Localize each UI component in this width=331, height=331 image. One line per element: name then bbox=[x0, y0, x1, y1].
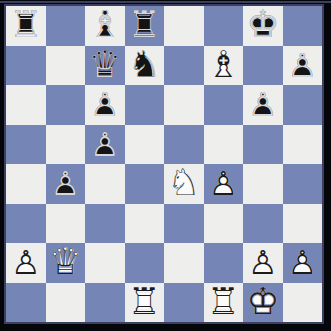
square-h7[interactable]: ♟♙ bbox=[283, 46, 323, 86]
square-g3[interactable] bbox=[243, 204, 283, 244]
square-e5[interactable] bbox=[164, 125, 204, 165]
black-bishop[interactable]: ♝♗ bbox=[85, 6, 125, 46]
square-a6[interactable] bbox=[6, 85, 46, 125]
piece-outline-layer: ♗ bbox=[204, 45, 244, 85]
square-b4[interactable]: ♟♙ bbox=[46, 164, 86, 204]
square-d7[interactable]: ♞♘ bbox=[125, 46, 165, 86]
square-c8[interactable]: ♝♗ bbox=[85, 6, 125, 46]
piece-outline-layer: ♖ bbox=[125, 5, 165, 45]
square-g4[interactable] bbox=[243, 164, 283, 204]
square-b1[interactable] bbox=[46, 283, 86, 323]
black-pawn[interactable]: ♟♙ bbox=[243, 85, 283, 125]
piece-outline-layer: ♔ bbox=[243, 5, 283, 45]
square-c1[interactable] bbox=[85, 283, 125, 323]
piece-outline-layer: ♙ bbox=[204, 163, 244, 203]
piece-fill-layer: ♜ bbox=[125, 282, 165, 322]
square-e8[interactable] bbox=[164, 6, 204, 46]
piece-outline-layer: ♙ bbox=[85, 124, 125, 164]
square-a7[interactable] bbox=[6, 46, 46, 86]
square-g6[interactable]: ♟♙ bbox=[243, 85, 283, 125]
square-d3[interactable] bbox=[125, 204, 165, 244]
piece-fill-layer: ♜ bbox=[125, 5, 165, 45]
square-g7[interactable] bbox=[243, 46, 283, 86]
square-g2[interactable]: ♟♙ bbox=[243, 243, 283, 283]
square-e4[interactable]: ♞♘ bbox=[164, 164, 204, 204]
piece-fill-layer: ♟ bbox=[6, 242, 46, 282]
square-c5[interactable]: ♟♙ bbox=[85, 125, 125, 165]
piece-fill-layer: ♟ bbox=[204, 163, 244, 203]
white-knight[interactable]: ♞♘ bbox=[164, 164, 204, 204]
piece-fill-layer: ♞ bbox=[164, 163, 204, 203]
white-pawn[interactable]: ♟♙ bbox=[243, 243, 283, 283]
piece-fill-layer: ♟ bbox=[243, 84, 283, 124]
square-e1[interactable] bbox=[164, 283, 204, 323]
white-pawn[interactable]: ♟♙ bbox=[204, 164, 244, 204]
square-c4[interactable] bbox=[85, 164, 125, 204]
square-c2[interactable] bbox=[85, 243, 125, 283]
piece-fill-layer: ♚ bbox=[243, 5, 283, 45]
white-queen[interactable]: ♛♕ bbox=[46, 243, 86, 283]
piece-outline-layer: ♙ bbox=[6, 242, 46, 282]
piece-outline-layer: ♘ bbox=[125, 45, 165, 85]
square-a4[interactable] bbox=[6, 164, 46, 204]
square-h6[interactable] bbox=[283, 85, 323, 125]
piece-fill-layer: ♟ bbox=[243, 242, 283, 282]
black-rook[interactable]: ♜♖ bbox=[6, 6, 46, 46]
piece-fill-layer: ♛ bbox=[85, 45, 125, 85]
piece-outline-layer: ♖ bbox=[125, 282, 165, 322]
square-h2[interactable]: ♟♙ bbox=[283, 243, 323, 283]
square-e6[interactable] bbox=[164, 85, 204, 125]
white-pawn[interactable]: ♟♙ bbox=[283, 243, 323, 283]
square-d4[interactable] bbox=[125, 164, 165, 204]
piece-outline-layer: ♙ bbox=[85, 84, 125, 124]
square-d6[interactable] bbox=[125, 85, 165, 125]
square-a8[interactable]: ♜♖ bbox=[6, 6, 46, 46]
piece-fill-layer: ♟ bbox=[283, 45, 323, 85]
square-f4[interactable]: ♟♙ bbox=[204, 164, 244, 204]
square-h4[interactable] bbox=[283, 164, 323, 204]
black-pawn[interactable]: ♟♙ bbox=[85, 125, 125, 165]
piece-fill-layer: ♛ bbox=[46, 242, 86, 282]
square-f5[interactable] bbox=[204, 125, 244, 165]
piece-fill-layer: ♟ bbox=[85, 124, 125, 164]
square-h1[interactable] bbox=[283, 283, 323, 323]
white-bishop[interactable]: ♝♗ bbox=[204, 46, 244, 86]
square-b7[interactable] bbox=[46, 46, 86, 86]
square-h8[interactable] bbox=[283, 6, 323, 46]
square-h3[interactable] bbox=[283, 204, 323, 244]
piece-outline-layer: ♕ bbox=[85, 45, 125, 85]
square-d1[interactable]: ♜♖ bbox=[125, 283, 165, 323]
square-c7[interactable]: ♛♕ bbox=[85, 46, 125, 86]
square-f6[interactable] bbox=[204, 85, 244, 125]
piece-outline-layer: ♖ bbox=[204, 282, 244, 322]
square-h5[interactable] bbox=[283, 125, 323, 165]
white-king[interactable]: ♚♔ bbox=[243, 283, 283, 323]
black-queen[interactable]: ♛♕ bbox=[85, 46, 125, 86]
square-c6[interactable]: ♟♙ bbox=[85, 85, 125, 125]
white-pawn[interactable]: ♟♙ bbox=[6, 243, 46, 283]
black-knight[interactable]: ♞♘ bbox=[125, 46, 165, 86]
white-rook[interactable]: ♜♖ bbox=[125, 283, 165, 323]
piece-fill-layer: ♜ bbox=[6, 5, 46, 45]
square-a2[interactable]: ♟♙ bbox=[6, 243, 46, 283]
piece-outline-layer: ♘ bbox=[164, 163, 204, 203]
chess-board: ♜♖♝♗♜♖♚♔♛♕♞♘♝♗♟♙♟♙♟♙♟♙♟♙♞♘♟♙♟♙♛♕♟♙♟♙♜♖♜♖… bbox=[6, 6, 322, 322]
square-d5[interactable] bbox=[125, 125, 165, 165]
square-b3[interactable] bbox=[46, 204, 86, 244]
square-c3[interactable] bbox=[85, 204, 125, 244]
piece-fill-layer: ♟ bbox=[85, 84, 125, 124]
square-e3[interactable] bbox=[164, 204, 204, 244]
black-king[interactable]: ♚♔ bbox=[243, 6, 283, 46]
square-b8[interactable] bbox=[46, 6, 86, 46]
piece-outline-layer: ♕ bbox=[46, 242, 86, 282]
square-f2[interactable] bbox=[204, 243, 244, 283]
piece-outline-layer: ♖ bbox=[6, 5, 46, 45]
square-g5[interactable] bbox=[243, 125, 283, 165]
square-a1[interactable] bbox=[6, 283, 46, 323]
square-b5[interactable] bbox=[46, 125, 86, 165]
square-f8[interactable] bbox=[204, 6, 244, 46]
square-d8[interactable]: ♜♖ bbox=[125, 6, 165, 46]
piece-fill-layer: ♞ bbox=[125, 45, 165, 85]
black-pawn[interactable]: ♟♙ bbox=[85, 85, 125, 125]
piece-fill-layer: ♟ bbox=[46, 163, 86, 203]
piece-fill-layer: ♜ bbox=[204, 282, 244, 322]
square-b2[interactable]: ♛♕ bbox=[46, 243, 86, 283]
piece-outline-layer: ♙ bbox=[283, 45, 323, 85]
square-d2[interactable] bbox=[125, 243, 165, 283]
piece-fill-layer: ♚ bbox=[243, 282, 283, 322]
piece-outline-layer: ♙ bbox=[243, 84, 283, 124]
square-g8[interactable]: ♚♔ bbox=[243, 6, 283, 46]
black-pawn[interactable]: ♟♙ bbox=[283, 46, 323, 86]
piece-fill-layer: ♝ bbox=[85, 5, 125, 45]
square-f1[interactable]: ♜♖ bbox=[204, 283, 244, 323]
square-a5[interactable] bbox=[6, 125, 46, 165]
white-rook[interactable]: ♜♖ bbox=[204, 283, 244, 323]
square-a3[interactable] bbox=[6, 204, 46, 244]
piece-outline-layer: ♙ bbox=[46, 163, 86, 203]
black-rook[interactable]: ♜♖ bbox=[125, 6, 165, 46]
piece-outline-layer: ♔ bbox=[243, 282, 283, 322]
square-g1[interactable]: ♚♔ bbox=[243, 283, 283, 323]
square-e2[interactable] bbox=[164, 243, 204, 283]
piece-outline-layer: ♗ bbox=[85, 5, 125, 45]
square-f3[interactable] bbox=[204, 204, 244, 244]
square-f7[interactable]: ♝♗ bbox=[204, 46, 244, 86]
square-e7[interactable] bbox=[164, 46, 204, 86]
black-pawn[interactable]: ♟♙ bbox=[46, 164, 86, 204]
square-b6[interactable] bbox=[46, 85, 86, 125]
piece-fill-layer: ♟ bbox=[283, 242, 323, 282]
piece-outline-layer: ♙ bbox=[283, 242, 323, 282]
piece-outline-layer: ♙ bbox=[243, 242, 283, 282]
piece-fill-layer: ♝ bbox=[204, 45, 244, 85]
board-frame: ♜♖♝♗♜♖♚♔♛♕♞♘♝♗♟♙♟♙♟♙♟♙♟♙♞♘♟♙♟♙♛♕♟♙♟♙♜♖♜♖… bbox=[0, 0, 331, 331]
